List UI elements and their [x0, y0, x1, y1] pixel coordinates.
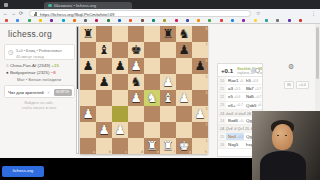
square-d4[interactable]: ♟ [128, 90, 144, 106]
file-coord-a: a [80, 150, 96, 154]
white-pawn[interactable]: ♟ [130, 90, 141, 106]
move-black[interactable]: Nd5+0.7 [244, 93, 262, 100]
move-san[interactable]: Nxg5 [228, 142, 238, 147]
black-knight[interactable]: ♞ [178, 26, 189, 42]
square-a2[interactable] [80, 122, 96, 138]
game-info-box: ◷ 5+0 • Блиц • Рейтинговая 40 минут наза… [4, 44, 75, 60]
square-a5[interactable] [80, 74, 96, 90]
black-knight[interactable]: ♞ [130, 74, 141, 90]
square-d8[interactable] [128, 26, 144, 42]
square-a8[interactable]: ♜ [80, 26, 96, 42]
bookmark-favicon[interactable] [299, 19, 302, 22]
move-white[interactable]: a3+0.5 [226, 85, 244, 92]
move-number: 20 [218, 77, 226, 84]
black-player-name[interactable]: Bodyapetnaz (2325) [10, 70, 50, 75]
chat-login-button[interactable]: ВОЙТИ [54, 89, 72, 97]
bookmark-favicon[interactable] [84, 19, 87, 22]
tab-title: Шахматы • lichess.org [54, 3, 96, 8]
bookmark-favicon[interactable] [163, 19, 166, 22]
white-player-row[interactable]: ○ China-Pan-Af (2349) +15 [6, 63, 76, 69]
square-e2[interactable] [144, 122, 160, 138]
lichess-logo[interactable]: lichess.org [8, 29, 52, 39]
square-d6[interactable]: ♟ [128, 58, 144, 74]
file-coord-c: c [112, 150, 128, 154]
bookmark-favicon[interactable] [276, 19, 279, 22]
square-c8[interactable] [112, 26, 128, 42]
white-pawn[interactable]: ♟ [194, 106, 205, 122]
webcam-overlay [252, 111, 320, 180]
square-b7[interactable]: ♝ [96, 42, 112, 58]
game-meta: 5+0 • Блиц • Рейтинговая [16, 48, 61, 53]
black-pawn[interactable]: ♟ [82, 58, 93, 74]
file-coord-g: g [176, 150, 192, 154]
move-san[interactable]: Nd5 [246, 94, 254, 99]
browser-tab-strip: Шахматы • lichess.org [0, 0, 320, 9]
move-number: 25 [218, 133, 226, 140]
square-a3[interactable]: ♟ [80, 106, 96, 122]
move-san[interactable]: h5 [246, 78, 251, 83]
square-e7[interactable] [144, 42, 160, 58]
chess-board[interactable]: ♜♜♞♝♚♟♟♟♟♟♟♞♟♟♞♝♟♟♟♟♟♜♜♚abcdefgh87654321 [80, 26, 208, 154]
bookmark-star-icon[interactable]: ☆ [256, 10, 260, 16]
move-black[interactable]: h5+0.6 [244, 77, 262, 84]
bookmark-favicon[interactable] [16, 19, 19, 22]
url-text[interactable]: https://lichess.org/9kqLPnCm/white#49 [40, 12, 114, 17]
move-number: 26 [218, 141, 226, 148]
square-c5[interactable] [112, 74, 128, 90]
move-white[interactable]: Nxg5 [226, 141, 244, 148]
bookmark-favicon[interactable] [107, 19, 110, 22]
square-e4[interactable]: ♞ [144, 90, 160, 106]
black-rook[interactable]: ♜ [162, 26, 173, 42]
move-black[interactable]: Bb7+0.7 [244, 85, 262, 92]
black-player-row[interactable]: ● Bodyapetnaz (2325) −8 [6, 70, 76, 76]
badge-eval[interactable]: +0.4 [296, 81, 309, 89]
black-pawn[interactable]: ♟ [178, 42, 189, 58]
chat-title: Чат для зрителей [8, 90, 44, 95]
white-pawn[interactable]: ♟ [82, 106, 93, 122]
square-e6[interactable] [144, 58, 160, 74]
bookmark-favicon[interactable] [118, 19, 121, 22]
badge-depth[interactable]: 86 [284, 81, 294, 89]
reload-icon[interactable]: ⟳ [19, 10, 23, 16]
move-san[interactable]: a3 [228, 86, 233, 91]
square-c7[interactable] [112, 42, 128, 58]
move-row: 20Rae1+0.5h5+0.6 [218, 77, 262, 85]
square-b8[interactable] [96, 26, 112, 42]
move-number: 23 [218, 102, 226, 109]
move-eval: +0.7 [236, 103, 242, 107]
rank-coord-2: 2 [206, 123, 208, 139]
white-pawn[interactable]: ♟ [130, 58, 141, 74]
square-f4[interactable]: ♝ [160, 90, 176, 106]
square-b5[interactable]: ♟ [96, 74, 112, 90]
bookmark-favicon[interactable] [5, 19, 8, 22]
square-c6[interactable]: ♟ [112, 58, 128, 74]
square-g6[interactable] [176, 58, 192, 74]
engine-toggle[interactable] [251, 68, 260, 73]
black-color-icon: ● [6, 70, 9, 75]
square-a7[interactable] [80, 42, 96, 58]
engine-header: +0.1 Stockfish 10+ WASM глубина 22 · в о… [218, 64, 262, 77]
chat-note-2: чтобы писать в чате [0, 106, 78, 110]
analysis-badges: 86 +0.4 [284, 81, 309, 89]
chat-note-1: Войдите на сайт, [0, 101, 78, 105]
move-white[interactable]: Ne4+0.1 [226, 133, 244, 140]
back-icon[interactable]: ← [3, 10, 8, 16]
lichess-favicon-icon [48, 4, 52, 8]
move-white[interactable]: e6++0.7 [226, 102, 244, 109]
bookmark-favicon[interactable] [95, 19, 98, 22]
rank-coord-3: 3 [206, 107, 208, 123]
move-san[interactable]: Ne4 [228, 134, 236, 139]
white-rating-diff: +15 [51, 63, 58, 68]
move-san[interactable]: Rae1 [228, 78, 239, 83]
bookmark-favicon[interactable] [50, 19, 53, 22]
square-e3[interactable] [144, 106, 160, 122]
bookmark-favicon[interactable] [73, 19, 76, 22]
move-black[interactable]: Qxb5+0.6 [244, 102, 262, 109]
file-coord-e: e [144, 150, 160, 154]
square-a4[interactable] [80, 90, 96, 106]
square-e8[interactable] [144, 26, 160, 42]
move-eval: +0.6 [234, 95, 240, 99]
eval-gauge-white [77, 89, 79, 153]
move-number: 21 [218, 85, 226, 92]
move-san[interactable]: Qxb5 [246, 103, 257, 108]
address-bar[interactable]: https://lichess.org/9kqLPnCm/white#49 [29, 10, 251, 17]
video-frame: Шахматы • lichess.org ← → ⟳ https://lich… [0, 0, 320, 180]
square-e5[interactable] [144, 74, 160, 90]
bookmark-favicon[interactable] [208, 19, 211, 22]
engine-eval: +0.1 [221, 67, 233, 74]
bookmark-favicon[interactable] [254, 19, 257, 22]
move-row: 21a3+0.5Bb7+0.7 [218, 85, 262, 93]
black-pawn[interactable]: ♟ [114, 58, 125, 74]
move-eval: +0.7 [255, 87, 261, 91]
game-time-ago: 40 минут назад [16, 54, 44, 59]
black-pawn[interactable]: ♟ [194, 58, 205, 74]
bookmark-favicon[interactable] [152, 19, 155, 22]
rank-coord-7: 7 [206, 43, 208, 59]
file-coord-d: d [128, 150, 144, 154]
square-f7[interactable] [160, 42, 176, 58]
square-b3[interactable] [96, 106, 112, 122]
white-pawn[interactable]: ♟ [98, 122, 109, 138]
square-f8[interactable]: ♜ [160, 26, 176, 42]
bookmark-favicon[interactable] [265, 19, 268, 22]
move-san[interactable]: Bb7 [246, 86, 254, 91]
move-row: 22e5+0.6Nd5+0.7 [218, 93, 262, 101]
square-f2[interactable] [160, 122, 176, 138]
window-icon [4, 3, 8, 7]
browser-tab[interactable]: Шахматы • lichess.org [44, 2, 132, 10]
bookmark-favicon[interactable] [39, 19, 42, 22]
browser-toolbar: ← → ⟳ https://lichess.org/9kqLPnCm/white… [0, 9, 320, 18]
square-g2[interactable] [176, 122, 192, 138]
move-row: 23e6++0.7Qxb5+0.6 [218, 102, 262, 110]
bookmark-favicon[interactable] [175, 19, 178, 22]
stream-badge: lichess.org [2, 166, 44, 177]
bookmark-favicon[interactable] [129, 19, 132, 22]
bookmark-favicon[interactable] [231, 19, 234, 22]
square-b4[interactable] [96, 90, 112, 106]
square-b2[interactable]: ♟ [96, 122, 112, 138]
square-g8[interactable]: ♞ [176, 26, 192, 42]
streamer-torso [260, 151, 306, 180]
square-c2[interactable]: ♟ [112, 122, 128, 138]
square-c3[interactable] [112, 106, 128, 122]
square-g5[interactable] [176, 74, 192, 90]
rank-coord-1: 1 [206, 139, 208, 155]
white-bishop[interactable]: ♝ [162, 90, 173, 106]
chat-check-icon[interactable]: ✓ [47, 90, 50, 95]
bookmark-favicon[interactable] [288, 19, 291, 22]
square-g7[interactable]: ♟ [176, 42, 192, 58]
white-pawn[interactable]: ♟ [114, 122, 125, 138]
white-pawn[interactable]: ♟ [162, 74, 173, 90]
bookmark-favicon[interactable] [186, 19, 189, 22]
bookmark-favicon[interactable] [197, 19, 200, 22]
white-knight[interactable]: ♞ [146, 90, 157, 106]
move-san[interactable]: Bxd6 [228, 118, 238, 123]
bookmark-favicon[interactable] [242, 19, 245, 22]
bookmark-favicon[interactable] [220, 19, 223, 22]
move-white[interactable]: Rae1+0.5 [226, 77, 244, 84]
move-san[interactable]: e5 [228, 94, 233, 99]
browser-menu-icon[interactable]: ⋮ [311, 10, 316, 16]
move-san[interactable]: e6+ [228, 103, 235, 108]
bookmark-favicon[interactable] [141, 19, 144, 22]
black-king[interactable]: ♚ [130, 42, 141, 58]
file-coord-b: b [96, 150, 112, 154]
square-f5[interactable]: ♟ [160, 74, 176, 90]
move-eval: +0.5 [234, 87, 240, 91]
move-eval: +0.7 [255, 95, 261, 99]
move-eval: +0.6 [258, 103, 263, 107]
game-result: Мат • Белые победили [0, 77, 78, 82]
eval-gauge [76, 26, 80, 154]
file-coord-f: f [160, 150, 176, 154]
bookmark-favicon[interactable] [28, 19, 31, 22]
streamer-face [272, 124, 293, 150]
spectator-chat-box: Чат для зрителей ✓ ВОЙТИ [4, 85, 75, 98]
square-d2[interactable] [128, 122, 144, 138]
move-white[interactable]: Bxd6+0.4 [226, 117, 244, 124]
bookmark-favicon[interactable] [62, 19, 65, 22]
black-pawn[interactable]: ♟ [98, 74, 109, 90]
square-f6[interactable] [160, 58, 176, 74]
move-eval: +0.6 [252, 79, 258, 83]
analysis-settings-gear-icon[interactable]: ⚙ [288, 63, 294, 71]
black-bishop[interactable]: ♝ [98, 42, 109, 58]
square-c4[interactable] [112, 90, 128, 106]
clock-icon: ◷ [8, 48, 13, 55]
eye-left [277, 135, 279, 136]
move-number: 22 [218, 93, 226, 100]
rank-coord-8: 8 [206, 27, 208, 43]
square-f3[interactable] [160, 106, 176, 122]
forward-icon[interactable]: → [11, 10, 16, 16]
scrollbar-thumb[interactable] [316, 27, 319, 79]
move-number: 24 [218, 117, 226, 124]
rank-coord-6: 6 [206, 59, 208, 75]
square-d3[interactable] [128, 106, 144, 122]
black-rook[interactable]: ♜ [82, 26, 93, 42]
move-white[interactable]: e5+0.6 [226, 93, 244, 100]
white-player-name[interactable]: China-Pan-Af (2349) [10, 63, 50, 68]
square-g4[interactable]: ♟ [176, 90, 192, 106]
engine-toggle-knob[interactable] [255, 68, 260, 73]
rank-coord-5: 5 [206, 75, 208, 91]
eye-right [285, 135, 287, 136]
white-pawn[interactable]: ♟ [178, 90, 189, 106]
black-rating-diff: −8 [51, 70, 56, 75]
square-d7[interactable]: ♚ [128, 42, 144, 58]
square-d5[interactable]: ♞ [128, 74, 144, 90]
square-a6[interactable]: ♟ [80, 58, 96, 74]
white-color-icon: ○ [6, 63, 9, 68]
square-g3[interactable] [176, 106, 192, 122]
square-b6[interactable] [96, 58, 112, 74]
rank-coord-4: 4 [206, 91, 208, 107]
move-eval: +0.1 [237, 135, 243, 139]
